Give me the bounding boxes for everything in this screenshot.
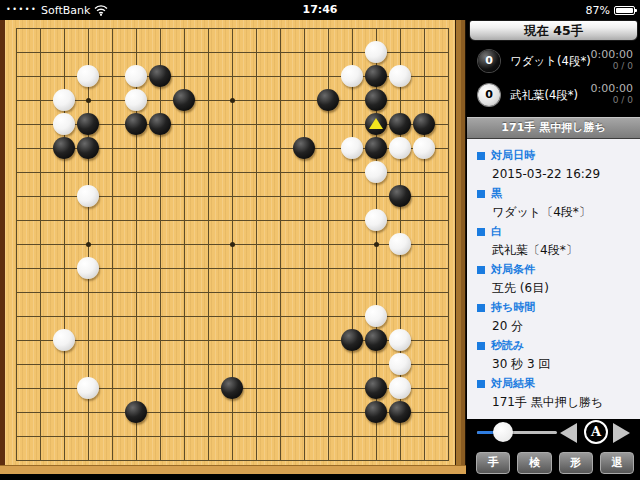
stone-black <box>293 137 315 159</box>
battery-fill <box>616 8 633 13</box>
stone-black <box>341 329 363 351</box>
stone-white <box>53 113 75 135</box>
battery-icon <box>614 6 635 15</box>
stone-black <box>53 137 75 159</box>
move-slider-track[interactable] <box>477 431 557 434</box>
stone-white <box>413 137 435 159</box>
stone-white <box>341 65 363 87</box>
black-stone-badge: 0 <box>478 50 500 72</box>
info-value: 171手 黒中押し勝ち <box>477 393 634 412</box>
evaluation-button[interactable]: 形勢 <box>559 452 593 474</box>
board-edge-bottom <box>0 465 466 474</box>
stone-black <box>365 89 387 111</box>
grid-line-vertical <box>256 28 257 461</box>
black-player-clock: 0:00:00 0 / 0 <box>591 49 633 72</box>
stone-white <box>77 377 99 399</box>
white-player-clock: 0:00:00 0 / 0 <box>591 83 633 106</box>
stone-white <box>389 233 411 255</box>
stone-white <box>365 209 387 231</box>
white-stone-badge: 0 <box>478 84 500 106</box>
stone-white <box>365 305 387 327</box>
stone-black <box>365 377 387 399</box>
info-label: 対局日時 <box>477 146 634 165</box>
info-value: 20 分 <box>477 317 634 336</box>
leave-room-button[interactable]: 退室 <box>600 452 634 474</box>
stone-black <box>77 137 99 159</box>
grid-line-vertical <box>304 28 305 461</box>
star-point-icon <box>86 242 91 247</box>
stone-black <box>389 401 411 423</box>
grid-line-vertical <box>352 28 353 461</box>
bullet-icon <box>477 304 485 312</box>
stone-white <box>389 353 411 375</box>
stone-white <box>365 161 387 183</box>
stone-black <box>317 89 339 111</box>
stone-black <box>413 113 435 135</box>
stone-black <box>125 113 147 135</box>
stone-white <box>365 41 387 63</box>
info-label: 秒読み <box>477 336 634 355</box>
stone-white <box>53 329 75 351</box>
bullet-icon <box>477 152 485 160</box>
info-value: 武礼葉〔4段*〕 <box>477 241 634 260</box>
moves-button[interactable]: 手順 <box>476 452 510 474</box>
player-row-black: 0 ワダット(4段*) 0:00:00 0 / 0 <box>467 46 640 76</box>
move-counter-header: 現在 45手 <box>469 20 638 41</box>
stone-white <box>389 377 411 399</box>
star-point-icon <box>86 98 91 103</box>
app-screen: ••••• SoftBank 17:46 87% 現在 45手 0 ワダット( <box>0 0 640 480</box>
player-row-white: 0 武礼葉(4段*) 0:00:00 0 / 0 <box>467 80 640 110</box>
move-slider-thumb[interactable] <box>493 422 513 442</box>
status-right: 87% <box>586 0 635 20</box>
info-value: 互先 (6目) <box>477 279 634 298</box>
grid-line-horizontal <box>16 364 449 365</box>
stone-white <box>125 89 147 111</box>
grid-line-vertical <box>448 28 449 461</box>
stone-white <box>53 89 75 111</box>
bullet-icon <box>477 266 485 274</box>
black-player-name: ワダット(4段*) <box>510 54 591 69</box>
info-label: 黒 <box>477 184 634 203</box>
stone-black <box>365 401 387 423</box>
white-clock-main: 0:00:00 <box>591 83 633 95</box>
stone-white <box>125 65 147 87</box>
stone-black <box>221 377 243 399</box>
star-point-icon <box>374 242 379 247</box>
stone-white <box>77 257 99 279</box>
stone-white <box>389 137 411 159</box>
stone-black <box>389 185 411 207</box>
star-point-icon <box>230 242 235 247</box>
bottom-button-row: 手順 検討 形勢 退室 <box>476 452 634 474</box>
info-label: 白 <box>477 222 634 241</box>
clock-label: 17:46 <box>0 0 640 20</box>
stone-white <box>389 329 411 351</box>
prev-move-button[interactable] <box>560 423 577 443</box>
stone-black <box>389 113 411 135</box>
grid-line-vertical <box>280 28 281 461</box>
stone-black <box>365 137 387 159</box>
info-label: 持ち時間 <box>477 298 634 317</box>
stone-black <box>173 89 195 111</box>
stone-white <box>389 65 411 87</box>
go-board-surface[interactable] <box>5 20 455 465</box>
result-bar: 171手 黒中押し勝ち <box>467 117 640 139</box>
stone-black <box>365 65 387 87</box>
review-button[interactable]: 検討 <box>517 452 551 474</box>
stone-black <box>125 401 147 423</box>
board-edge-right <box>455 20 466 465</box>
game-info-panel: 対局日時 2015-03-22 16:29 黒 ワダット〔4段*〕 白 武礼葉〔… <box>467 139 640 419</box>
info-label: 対局条件 <box>477 260 634 279</box>
grid-line-vertical <box>424 28 425 461</box>
battery-percent-label: 87% <box>586 4 610 17</box>
sidebar: 現在 45手 0 ワダット(4段*) 0:00:00 0 / 0 0 武礼葉(4… <box>467 20 640 480</box>
stone-white <box>77 65 99 87</box>
stone-black <box>365 329 387 351</box>
grid-line-horizontal <box>16 460 449 461</box>
info-value: 30 秒 3 回 <box>477 355 634 374</box>
stone-black <box>149 65 171 87</box>
stone-black <box>77 113 99 135</box>
white-player-name: 武礼葉(4段*) <box>510 88 578 103</box>
last-move-marker-icon <box>369 118 383 129</box>
bullet-icon <box>477 342 485 350</box>
auto-play-button[interactable]: A <box>584 420 608 444</box>
white-clock-periods: 0 / 0 <box>591 95 633 106</box>
status-bar: ••••• SoftBank 17:46 87% <box>0 0 640 20</box>
info-label: 対局結果 <box>477 374 634 393</box>
grid-line-horizontal <box>16 292 449 293</box>
stone-black <box>149 113 171 135</box>
grid-line-horizontal <box>16 436 449 437</box>
next-move-button[interactable] <box>613 423 630 443</box>
stone-white <box>341 137 363 159</box>
info-value: ワダット〔4段*〕 <box>477 203 634 222</box>
bullet-icon <box>477 228 485 236</box>
star-point-icon <box>230 98 235 103</box>
stone-white <box>77 185 99 207</box>
black-clock-periods: 0 / 0 <box>591 61 633 72</box>
info-value: 2015-03-22 16:29 <box>477 165 634 184</box>
battery-nub <box>635 9 637 12</box>
black-clock-main: 0:00:00 <box>591 49 633 61</box>
bullet-icon <box>477 380 485 388</box>
bullet-icon <box>477 190 485 198</box>
